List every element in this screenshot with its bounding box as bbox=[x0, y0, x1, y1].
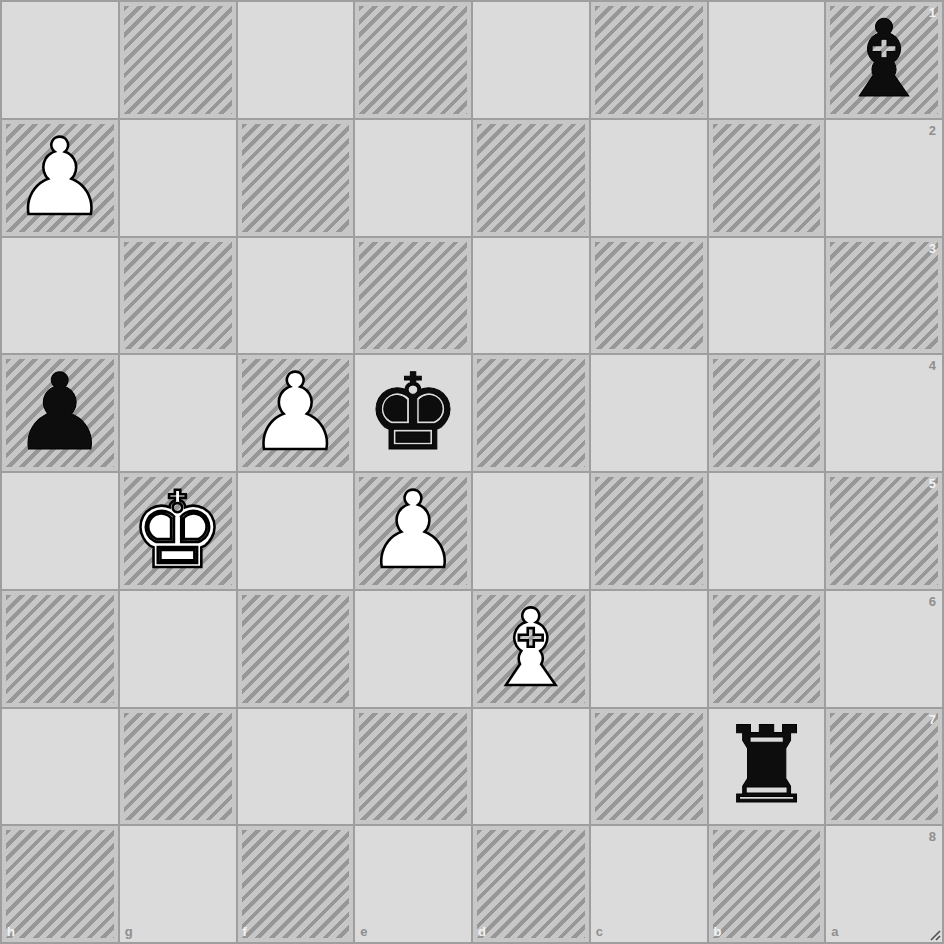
square-a8[interactable]: 8a bbox=[826, 826, 942, 942]
square-e8[interactable]: e bbox=[355, 826, 471, 942]
piece-white-pawn[interactable]: ♟ bbox=[366, 475, 461, 587]
square-g5[interactable]: ♚ bbox=[120, 473, 236, 589]
piece-white-pawn[interactable]: ♟ bbox=[12, 122, 107, 234]
square-b7[interactable]: ♜ bbox=[709, 709, 825, 825]
square-b1[interactable] bbox=[709, 2, 825, 118]
square-f8[interactable]: f bbox=[238, 826, 354, 942]
hatch-pattern bbox=[477, 830, 585, 938]
square-g3[interactable] bbox=[120, 238, 236, 354]
piece-black-bishop[interactable]: ♝ bbox=[837, 4, 932, 116]
square-c6[interactable] bbox=[591, 591, 707, 707]
file-label-h: h bbox=[7, 924, 15, 939]
square-h5[interactable] bbox=[2, 473, 118, 589]
square-e5[interactable]: ♟ bbox=[355, 473, 471, 589]
square-c8[interactable]: c bbox=[591, 826, 707, 942]
hatch-pattern bbox=[830, 477, 938, 585]
square-c2[interactable] bbox=[591, 120, 707, 236]
square-d3[interactable] bbox=[473, 238, 589, 354]
square-c1[interactable] bbox=[591, 2, 707, 118]
piece-white-king[interactable]: ♚ bbox=[130, 475, 225, 587]
file-label-a: a bbox=[831, 924, 838, 939]
file-label-c: c bbox=[596, 924, 603, 939]
square-f2[interactable] bbox=[238, 120, 354, 236]
square-e4[interactable]: ♚ bbox=[355, 355, 471, 471]
square-e6[interactable] bbox=[355, 591, 471, 707]
hatch-pattern bbox=[595, 242, 703, 350]
square-e2[interactable] bbox=[355, 120, 471, 236]
rank-label-6: 6 bbox=[929, 594, 936, 609]
hatch-pattern bbox=[595, 477, 703, 585]
square-g7[interactable] bbox=[120, 709, 236, 825]
hatch-pattern bbox=[124, 242, 232, 350]
resize-grip-icon[interactable] bbox=[928, 928, 941, 941]
square-g4[interactable] bbox=[120, 355, 236, 471]
square-b6[interactable] bbox=[709, 591, 825, 707]
piece-black-king[interactable]: ♚ bbox=[366, 357, 461, 469]
piece-white-pawn[interactable]: ♟ bbox=[248, 357, 343, 469]
square-a2[interactable]: 2 bbox=[826, 120, 942, 236]
square-e7[interactable] bbox=[355, 709, 471, 825]
hatch-pattern bbox=[595, 713, 703, 821]
file-label-g: g bbox=[125, 924, 133, 939]
rank-label-3: 3 bbox=[929, 241, 936, 256]
square-e1[interactable] bbox=[355, 2, 471, 118]
square-h6[interactable] bbox=[2, 591, 118, 707]
square-b8[interactable]: b bbox=[709, 826, 825, 942]
square-d7[interactable] bbox=[473, 709, 589, 825]
square-f3[interactable] bbox=[238, 238, 354, 354]
square-c4[interactable] bbox=[591, 355, 707, 471]
hatch-pattern bbox=[359, 713, 467, 821]
square-b4[interactable] bbox=[709, 355, 825, 471]
file-label-f: f bbox=[243, 924, 247, 939]
square-h7[interactable] bbox=[2, 709, 118, 825]
square-f1[interactable] bbox=[238, 2, 354, 118]
piece-white-bishop[interactable]: ♝ bbox=[483, 593, 578, 705]
chess-board: ♝1♟23♟♟♚4♚♟5♝6♜7hgfedcb8a bbox=[0, 0, 944, 944]
square-g6[interactable] bbox=[120, 591, 236, 707]
square-b3[interactable] bbox=[709, 238, 825, 354]
square-a3[interactable]: 3 bbox=[826, 238, 942, 354]
square-b5[interactable] bbox=[709, 473, 825, 589]
hatch-pattern bbox=[359, 242, 467, 350]
square-g2[interactable] bbox=[120, 120, 236, 236]
square-f4[interactable]: ♟ bbox=[238, 355, 354, 471]
rank-label-2: 2 bbox=[929, 123, 936, 138]
piece-black-pawn[interactable]: ♟ bbox=[12, 357, 107, 469]
hatch-pattern bbox=[242, 124, 350, 232]
hatch-pattern bbox=[359, 6, 467, 114]
square-c5[interactable] bbox=[591, 473, 707, 589]
square-a7[interactable]: 7 bbox=[826, 709, 942, 825]
square-h2[interactable]: ♟ bbox=[2, 120, 118, 236]
hatch-pattern bbox=[242, 595, 350, 703]
square-b2[interactable] bbox=[709, 120, 825, 236]
square-d2[interactable] bbox=[473, 120, 589, 236]
hatch-pattern bbox=[595, 6, 703, 114]
square-f7[interactable] bbox=[238, 709, 354, 825]
rank-label-4: 4 bbox=[929, 358, 936, 373]
hatch-pattern bbox=[477, 124, 585, 232]
piece-black-rook[interactable]: ♜ bbox=[719, 710, 814, 822]
file-label-d: d bbox=[478, 924, 486, 939]
square-c3[interactable] bbox=[591, 238, 707, 354]
square-d5[interactable] bbox=[473, 473, 589, 589]
square-d1[interactable] bbox=[473, 2, 589, 118]
square-a1[interactable]: ♝1 bbox=[826, 2, 942, 118]
file-label-b: b bbox=[714, 924, 722, 939]
square-d4[interactable] bbox=[473, 355, 589, 471]
hatch-pattern bbox=[124, 713, 232, 821]
square-h1[interactable] bbox=[2, 2, 118, 118]
rank-label-5: 5 bbox=[929, 476, 936, 491]
square-d6[interactable]: ♝ bbox=[473, 591, 589, 707]
hatch-pattern bbox=[242, 830, 350, 938]
hatch-pattern bbox=[713, 124, 821, 232]
square-g8[interactable]: g bbox=[120, 826, 236, 942]
square-g1[interactable] bbox=[120, 2, 236, 118]
square-e3[interactable] bbox=[355, 238, 471, 354]
square-a5[interactable]: 5 bbox=[826, 473, 942, 589]
hatch-pattern bbox=[124, 6, 232, 114]
square-f5[interactable] bbox=[238, 473, 354, 589]
square-d8[interactable]: d bbox=[473, 826, 589, 942]
square-f6[interactable] bbox=[238, 591, 354, 707]
hatch-pattern bbox=[830, 713, 938, 821]
rank-label-8: 8 bbox=[929, 829, 936, 844]
file-label-e: e bbox=[360, 924, 367, 939]
square-h3[interactable] bbox=[2, 238, 118, 354]
hatch-pattern bbox=[477, 359, 585, 467]
square-h8[interactable]: h bbox=[2, 826, 118, 942]
square-a6[interactable]: 6 bbox=[826, 591, 942, 707]
square-a4[interactable]: 4 bbox=[826, 355, 942, 471]
hatch-pattern bbox=[6, 830, 114, 938]
square-c7[interactable] bbox=[591, 709, 707, 825]
hatch-pattern bbox=[830, 242, 938, 350]
hatch-pattern bbox=[6, 595, 114, 703]
rank-label-7: 7 bbox=[929, 712, 936, 727]
hatch-pattern bbox=[713, 359, 821, 467]
hatch-pattern bbox=[713, 830, 821, 938]
hatch-pattern bbox=[713, 595, 821, 703]
square-h4[interactable]: ♟ bbox=[2, 355, 118, 471]
